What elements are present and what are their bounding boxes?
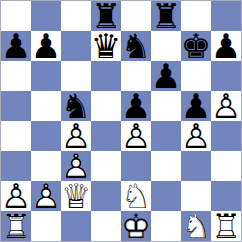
square-g7[interactable]: ♚ [181, 31, 211, 61]
piece-white-pawn-fill: ♟ [121, 121, 151, 151]
piece-black-king[interactable]: ♚ [181, 31, 211, 61]
piece-black-pawn[interactable]: ♟ [31, 31, 61, 61]
square-a7[interactable]: ♟ [1, 31, 31, 61]
square-b3[interactable] [31, 151, 61, 181]
piece-white-pawn-fill: ♟ [61, 121, 91, 151]
square-b6[interactable] [31, 61, 61, 91]
square-c7[interactable] [61, 31, 91, 61]
square-c5[interactable]: ♞ [61, 91, 91, 121]
square-a5[interactable] [1, 91, 31, 121]
piece-black-rook[interactable]: ♜ [151, 1, 181, 31]
square-f2[interactable] [151, 181, 181, 211]
square-g1[interactable]: ♞♘ [181, 211, 211, 241]
piece-black-knight[interactable]: ♞ [121, 31, 151, 61]
square-d4[interactable] [91, 121, 121, 151]
piece-black-pawn[interactable]: ♟ [211, 31, 241, 61]
square-b1[interactable] [31, 211, 61, 241]
piece-white-rook-fill: ♜ [211, 211, 241, 241]
piece-white-pawn-fill: ♟ [61, 151, 91, 181]
square-d2[interactable] [91, 181, 121, 211]
piece-white-rook-fill: ♜ [1, 211, 31, 241]
square-a2[interactable]: ♟♙ [1, 181, 31, 211]
square-b4[interactable] [31, 121, 61, 151]
square-f5[interactable] [151, 91, 181, 121]
square-f7[interactable] [151, 31, 181, 61]
square-g3[interactable] [181, 151, 211, 181]
square-h2[interactable] [211, 181, 241, 211]
piece-white-queen[interactable]: ♕ [61, 181, 91, 211]
piece-black-knight[interactable]: ♞ [61, 91, 91, 121]
piece-white-knight[interactable]: ♘ [181, 211, 211, 241]
square-h3[interactable] [211, 151, 241, 181]
piece-white-knight[interactable]: ♘ [121, 181, 151, 211]
square-c1[interactable] [61, 211, 91, 241]
square-a3[interactable] [1, 151, 31, 181]
square-g4[interactable]: ♟♙ [181, 121, 211, 151]
square-d8[interactable]: ♜ [91, 1, 121, 31]
piece-black-rook[interactable]: ♜ [91, 1, 121, 31]
square-h5[interactable]: ♟♙ [211, 91, 241, 121]
piece-black-queen[interactable]: ♛ [91, 31, 121, 61]
piece-white-pawn-fill: ♟ [1, 181, 31, 211]
square-d7[interactable]: ♛ [91, 31, 121, 61]
square-b7[interactable]: ♟ [31, 31, 61, 61]
piece-black-pawn[interactable]: ♟ [151, 61, 181, 91]
square-c2[interactable]: ♛♕ [61, 181, 91, 211]
piece-white-pawn[interactable]: ♙ [211, 91, 241, 121]
square-e8[interactable] [121, 1, 151, 31]
square-g2[interactable] [181, 181, 211, 211]
piece-white-pawn[interactable]: ♙ [31, 181, 61, 211]
piece-black-pawn[interactable]: ♟ [121, 91, 151, 121]
piece-black-pawn[interactable]: ♟ [1, 31, 31, 61]
piece-white-queen-fill: ♛ [61, 181, 91, 211]
piece-white-knight-fill: ♞ [121, 181, 151, 211]
square-f8[interactable]: ♜ [151, 1, 181, 31]
piece-white-king[interactable]: ♔ [121, 211, 151, 241]
chess-board: ♜♜♟♟♛♞♚♟♟♞♟♟♟♙♟♙♟♙♟♙♟♙♟♙♟♙♛♕♞♘♜♖♚♔♞♘♜♖ [0, 0, 242, 242]
square-a1[interactable]: ♜♖ [1, 211, 31, 241]
piece-white-pawn[interactable]: ♙ [1, 181, 31, 211]
square-d3[interactable] [91, 151, 121, 181]
square-e6[interactable] [121, 61, 151, 91]
piece-white-rook[interactable]: ♖ [1, 211, 31, 241]
square-h8[interactable] [211, 1, 241, 31]
square-h7[interactable]: ♟ [211, 31, 241, 61]
square-c8[interactable] [61, 1, 91, 31]
square-h1[interactable]: ♜♖ [211, 211, 241, 241]
square-b2[interactable]: ♟♙ [31, 181, 61, 211]
square-f1[interactable] [151, 211, 181, 241]
square-b8[interactable] [31, 1, 61, 31]
piece-white-knight-fill: ♞ [181, 211, 211, 241]
square-g5[interactable]: ♟ [181, 91, 211, 121]
piece-white-pawn[interactable]: ♙ [181, 121, 211, 151]
square-b5[interactable] [31, 91, 61, 121]
square-h6[interactable] [211, 61, 241, 91]
piece-white-pawn-fill: ♟ [211, 91, 241, 121]
square-f3[interactable] [151, 151, 181, 181]
square-a8[interactable] [1, 1, 31, 31]
square-e4[interactable]: ♟♙ [121, 121, 151, 151]
square-c6[interactable] [61, 61, 91, 91]
square-d5[interactable] [91, 91, 121, 121]
piece-white-pawn-fill: ♟ [181, 121, 211, 151]
piece-white-pawn[interactable]: ♙ [61, 151, 91, 181]
square-e1[interactable]: ♚♔ [121, 211, 151, 241]
square-f4[interactable] [151, 121, 181, 151]
piece-white-king-fill: ♚ [121, 211, 151, 241]
piece-white-pawn-fill: ♟ [31, 181, 61, 211]
square-e7[interactable]: ♞ [121, 31, 151, 61]
square-g6[interactable] [181, 61, 211, 91]
piece-white-pawn[interactable]: ♙ [61, 121, 91, 151]
square-a4[interactable] [1, 121, 31, 151]
square-e3[interactable] [121, 151, 151, 181]
piece-white-rook[interactable]: ♖ [211, 211, 241, 241]
square-e2[interactable]: ♞♘ [121, 181, 151, 211]
square-d6[interactable] [91, 61, 121, 91]
piece-black-pawn[interactable]: ♟ [181, 91, 211, 121]
square-c4[interactable]: ♟♙ [61, 121, 91, 151]
square-c3[interactable]: ♟♙ [61, 151, 91, 181]
square-d1[interactable] [91, 211, 121, 241]
piece-white-pawn[interactable]: ♙ [121, 121, 151, 151]
square-g8[interactable] [181, 1, 211, 31]
square-e5[interactable]: ♟ [121, 91, 151, 121]
square-h4[interactable] [211, 121, 241, 151]
square-a6[interactable] [1, 61, 31, 91]
square-f6[interactable]: ♟ [151, 61, 181, 91]
